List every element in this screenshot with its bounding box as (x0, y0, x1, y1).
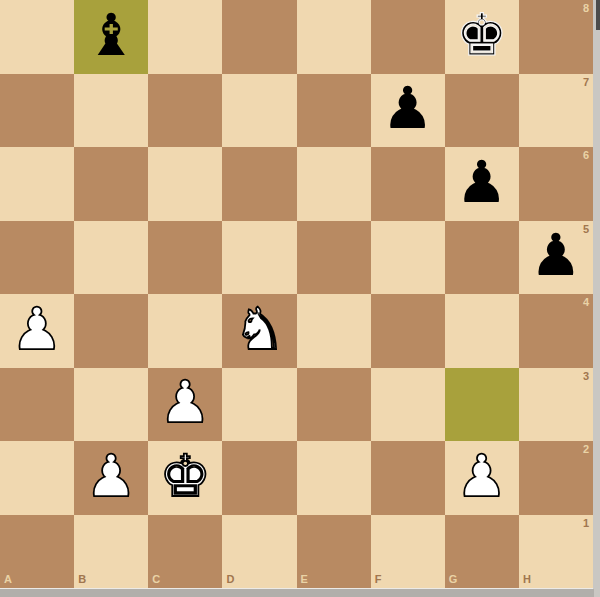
square-e5[interactable] (297, 221, 371, 295)
square-f6[interactable] (371, 147, 445, 221)
square-e8[interactable] (297, 0, 371, 74)
black-pawn[interactable]: ♟ (456, 153, 508, 211)
square-b1[interactable]: B (74, 515, 148, 589)
square-f7[interactable]: ♟ (371, 74, 445, 148)
rank-label-5: 5 (583, 224, 589, 235)
white-pawn[interactable]: ♟ (159, 373, 211, 431)
square-c7[interactable] (148, 74, 222, 148)
black-pawn[interactable]: ♟ (530, 226, 582, 284)
black-king[interactable]: ♚ (456, 6, 508, 64)
square-f3[interactable] (371, 368, 445, 442)
file-label-g: G (449, 574, 458, 585)
square-f2[interactable] (371, 441, 445, 515)
rank-label-1: 1 (583, 518, 589, 529)
square-c6[interactable] (148, 147, 222, 221)
square-h2[interactable]: 2 (519, 441, 593, 515)
square-h3[interactable]: 3 (519, 368, 593, 442)
square-a2[interactable] (0, 441, 74, 515)
square-h8[interactable]: 8 (519, 0, 593, 74)
square-b8[interactable]: ♝ (74, 0, 148, 74)
square-e4[interactable] (297, 294, 371, 368)
square-b4[interactable] (74, 294, 148, 368)
square-g2[interactable]: ♟ (445, 441, 519, 515)
chess-board-page: ♝♚8♟7♟65♟♟♞4♟3♟♚♟2ABCDEFG1H (0, 0, 600, 597)
square-b2[interactable]: ♟ (74, 441, 148, 515)
square-c5[interactable] (148, 221, 222, 295)
square-e6[interactable] (297, 147, 371, 221)
square-a8[interactable] (0, 0, 74, 74)
square-g6[interactable]: ♟ (445, 147, 519, 221)
square-b3[interactable] (74, 368, 148, 442)
square-c8[interactable] (148, 0, 222, 74)
square-c2[interactable]: ♚ (148, 441, 222, 515)
square-e7[interactable] (297, 74, 371, 148)
square-g4[interactable] (445, 294, 519, 368)
rank-label-2: 2 (583, 444, 589, 455)
square-g1[interactable]: G (445, 515, 519, 589)
square-b5[interactable] (74, 221, 148, 295)
square-d2[interactable] (222, 441, 296, 515)
file-label-h: H (523, 574, 531, 585)
square-h4[interactable]: 4 (519, 294, 593, 368)
square-d7[interactable] (222, 74, 296, 148)
square-f8[interactable] (371, 0, 445, 74)
square-f4[interactable] (371, 294, 445, 368)
square-a3[interactable] (0, 368, 74, 442)
square-c1[interactable]: C (148, 515, 222, 589)
file-label-e: E (301, 574, 308, 585)
rank-label-4: 4 (583, 297, 589, 308)
square-h5[interactable]: 5♟ (519, 221, 593, 295)
square-c3[interactable]: ♟ (148, 368, 222, 442)
scrollbar-thumb[interactable] (596, 0, 600, 30)
black-pawn[interactable]: ♟ (382, 79, 434, 137)
file-label-b: B (78, 574, 86, 585)
square-h1[interactable]: 1H (519, 515, 593, 589)
square-e2[interactable] (297, 441, 371, 515)
rank-label-3: 3 (583, 371, 589, 382)
white-knight[interactable]: ♞ (233, 300, 285, 358)
square-g3[interactable] (445, 368, 519, 442)
square-g5[interactable] (445, 221, 519, 295)
square-d4[interactable]: ♞ (222, 294, 296, 368)
square-b7[interactable] (74, 74, 148, 148)
chess-board: ♝♚8♟7♟65♟♟♞4♟3♟♚♟2ABCDEFG1H (0, 0, 594, 589)
square-g7[interactable] (445, 74, 519, 148)
white-pawn[interactable]: ♟ (11, 300, 63, 358)
square-d5[interactable] (222, 221, 296, 295)
scrollbar-track[interactable] (593, 0, 600, 597)
square-e3[interactable] (297, 368, 371, 442)
square-d3[interactable] (222, 368, 296, 442)
file-label-f: F (375, 574, 382, 585)
rank-label-6: 6 (583, 150, 589, 161)
square-d8[interactable] (222, 0, 296, 74)
square-a5[interactable] (0, 221, 74, 295)
file-label-a: A (4, 574, 12, 585)
file-label-d: D (226, 574, 234, 585)
rank-label-8: 8 (583, 3, 589, 14)
square-a1[interactable]: A (0, 515, 74, 589)
square-e1[interactable]: E (297, 515, 371, 589)
square-d6[interactable] (222, 147, 296, 221)
white-pawn[interactable]: ♟ (85, 447, 137, 505)
bottom-gutter (0, 589, 594, 597)
square-f1[interactable]: F (371, 515, 445, 589)
white-pawn[interactable]: ♟ (456, 447, 508, 505)
black-bishop[interactable]: ♝ (85, 6, 137, 64)
square-b6[interactable] (74, 147, 148, 221)
square-h6[interactable]: 6 (519, 147, 593, 221)
square-c4[interactable] (148, 294, 222, 368)
white-king[interactable]: ♚ (159, 447, 211, 505)
file-label-c: C (152, 574, 160, 585)
square-g8[interactable]: ♚ (445, 0, 519, 74)
square-h7[interactable]: 7 (519, 74, 593, 148)
square-a6[interactable] (0, 147, 74, 221)
square-d1[interactable]: D (222, 515, 296, 589)
square-a4[interactable]: ♟ (0, 294, 74, 368)
square-f5[interactable] (371, 221, 445, 295)
square-a7[interactable] (0, 74, 74, 148)
rank-label-7: 7 (583, 77, 589, 88)
